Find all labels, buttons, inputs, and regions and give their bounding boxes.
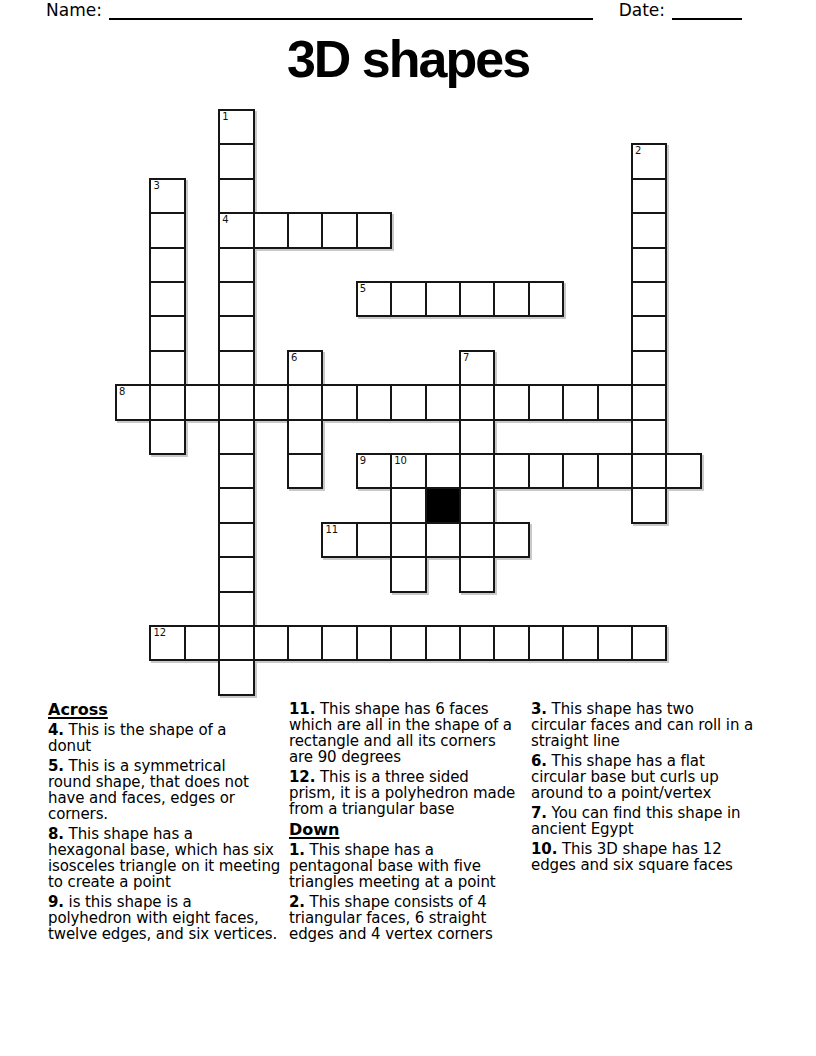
grid-cell-r4-c1[interactable] [149,247,185,283]
clue-number-6: 6 [291,353,297,363]
grid-cell-r6-c1[interactable] [149,315,185,351]
grid-cell-r12-c11[interactable] [493,522,529,558]
clue-down-3: 3. This shape has two circular faces and… [531,701,789,749]
name-label: Name: [46,1,102,20]
grid-cell-r8-c15[interactable] [631,384,667,420]
grid-cell-r8-c7[interactable] [356,384,392,420]
date-label: Date: [619,1,665,20]
grid-cell-r11-c8[interactable] [390,487,426,523]
grid-cell-r3-c7[interactable] [356,212,392,248]
clues-column-3: 3. This shape has two circular faces and… [531,701,789,877]
grid-cell-r15-c6[interactable] [321,625,357,661]
grid-cell-r9-c15[interactable] [631,419,667,455]
clue-down-2: 2. This shape consists of 4 triangular f… [289,894,547,942]
grid-cell-r10-c14[interactable] [597,453,633,489]
grid-cell-r10-c3[interactable] [218,453,254,489]
name-input-line[interactable] [109,3,593,20]
clue-number-4: 4 [222,215,228,225]
grid-cell-r16-c3[interactable] [218,659,254,695]
grid-cell-r13-c3[interactable] [218,556,254,592]
grid-cell-r3-c1[interactable] [149,212,185,248]
clue-number-label: 4. [48,721,64,739]
grid-cell-r5-c1[interactable] [149,281,185,317]
grid-cell-r11-c10[interactable] [459,487,495,523]
grid-cell-r10-c11[interactable] [493,453,529,489]
grid-cell-r15-c4[interactable] [253,625,289,661]
grid-cell-r15-c8[interactable] [390,625,426,661]
clue-down-1: 1. This shape has a pentagonal base with… [289,842,547,890]
across-header: Across [48,701,306,718]
grid-cell-r8-c4[interactable] [253,384,289,420]
grid-cell-r13-c10[interactable] [459,556,495,592]
grid-cell-r15-c15[interactable] [631,625,667,661]
grid-cell-r3-c6[interactable] [321,212,357,248]
clue-number-label: 8. [48,825,64,843]
clue-number-label: 3. [531,700,547,718]
clues-column-2: 11. This shape has 6 faces which are all… [289,701,547,946]
clue-number-label: 7. [531,804,547,822]
grid-cell-r12-c9[interactable] [425,522,461,558]
grid-cell-r11-c3[interactable] [218,487,254,523]
grid-cell-r10-c13[interactable] [562,453,598,489]
grid-cell-r8-c6[interactable] [321,384,357,420]
clue-down-7: 7. You can find this shape in ancient Eg… [531,805,789,837]
grid-cell-r4-c15[interactable] [631,247,667,283]
clue-number-2: 2 [635,146,641,156]
grid-cell-r15-c13[interactable] [562,625,598,661]
grid-cell-r10-c5[interactable] [287,453,323,489]
clue-number-9: 9 [360,456,366,466]
grid-cell-r8-c5[interactable] [287,384,323,420]
clue-down-6: 6. This shape has a flat circular base b… [531,753,789,801]
clue-number-label: 1. [289,841,305,859]
grid-cell-r7-c15[interactable] [631,350,667,386]
grid-cell-r11-c15[interactable] [631,487,667,523]
grid-cell-r10-c9[interactable] [425,453,461,489]
grid-cell-r5-c12[interactable] [528,281,564,317]
grid-cell-r5-c10[interactable] [459,281,495,317]
grid-cell-r15-c12[interactable] [528,625,564,661]
grid-cell-r4-c3[interactable] [218,247,254,283]
clues-column-1: Across4. This is the shape of a donut5. … [48,701,306,946]
clue-across-8: 8. This shape has a hexagonal base, whic… [48,826,306,890]
grid-cell-r12-c7[interactable] [356,522,392,558]
grid-cell-r12-c3[interactable] [218,522,254,558]
clue-number-7: 7 [463,353,469,363]
grid-cell-r12-c8[interactable] [390,522,426,558]
grid-cell-r15-c5[interactable] [287,625,323,661]
grid-cell-r9-c1[interactable] [149,419,185,455]
grid-cell-r10-c10[interactable] [459,453,495,489]
grid-cell-r15-c14[interactable] [597,625,633,661]
date-input-line[interactable] [672,3,742,20]
grid-cell-r10-c15[interactable] [631,453,667,489]
clue-across-11: 11. This shape has 6 faces which are all… [289,701,547,765]
grid-cell-r8-c13[interactable] [562,384,598,420]
clue-number-8: 8 [119,387,125,397]
clue-across-5: 5. This is a symmetrical round shape, th… [48,758,306,822]
clue-number-label: 9. [48,893,64,911]
clue-down-10: 10. This 3D shape has 12 edges and six s… [531,841,789,873]
grid-cell-r9-c10[interactable] [459,419,495,455]
grid-cell-r8-c3[interactable] [218,384,254,420]
clue-number-label: 6. [531,752,547,770]
grid-cell-r5-c15[interactable] [631,281,667,317]
clue-number-3: 3 [153,181,159,191]
page-title: 3D shapes [0,33,816,85]
grid-cell-r8-c8[interactable] [390,384,426,420]
clue-across-4: 4. This is the shape of a donut [48,722,306,754]
grid-cell-r2-c3[interactable] [218,178,254,214]
clue-number-1: 1 [222,112,228,122]
grid-cell-r3-c4[interactable] [253,212,289,248]
clue-number-label: 2. [289,893,305,911]
grid-cell-r9-c3[interactable] [218,419,254,455]
grid-cell-r5-c3[interactable] [218,281,254,317]
grid-cell-r7-c3[interactable] [218,350,254,386]
grid-cell-r15-c3[interactable] [218,625,254,661]
grid-cell-r5-c11[interactable] [493,281,529,317]
grid-cell-r10-c12[interactable] [528,453,564,489]
grid-cell-r6-c15[interactable] [631,315,667,351]
grid-cell-r8-c10[interactable] [459,384,495,420]
grid-cell-r2-c15[interactable] [631,178,667,214]
clue-number-label: 11. [289,700,315,718]
grid-cell-r8-c2[interactable] [184,384,220,420]
clue-number-label: 5. [48,757,64,775]
grid-cell-r12-c10[interactable] [459,522,495,558]
black-cell-r11-c9 [425,487,461,523]
grid-cell-r15-c11[interactable] [493,625,529,661]
crossword-grid: 123456789101112 [115,109,703,697]
grid-cell-r3-c15[interactable] [631,212,667,248]
grid-cell-r7-c1[interactable] [149,350,185,386]
clue-number-label: 10. [531,840,557,858]
grid-cell-r15-c7[interactable] [356,625,392,661]
clue-number-11: 11 [325,525,338,535]
grid-cell-r1-c3[interactable] [218,143,254,179]
clue-number-label: 12. [289,768,315,786]
grid-cell-r9-c5[interactable] [287,419,323,455]
grid-cell-r8-c9[interactable] [425,384,461,420]
clue-number-10: 10 [394,456,407,466]
grid-cell-r8-c12[interactable] [528,384,564,420]
clue-across-9: 9. is this shape is a polyhedron with ei… [48,894,306,942]
worksheet-page: Name: Date: 3D shapes 123456789101112 Ac… [0,0,816,1056]
grid-cell-r15-c10[interactable] [459,625,495,661]
grid-cell-r8-c1[interactable] [149,384,185,420]
clue-number-12: 12 [153,628,166,638]
grid-cell-r8-c14[interactable] [597,384,633,420]
clue-across-12: 12. This is a three sided prism, it is a… [289,769,547,817]
grid-cell-r13-c8[interactable] [390,556,426,592]
grid-cell-r15-c2[interactable] [184,625,220,661]
grid-cell-r14-c3[interactable] [218,591,254,627]
grid-cell-r3-c5[interactable] [287,212,323,248]
name-date-row: Name: Date: [46,1,742,20]
grid-cell-r5-c8[interactable] [390,281,426,317]
grid-cell-r10-c16[interactable] [665,453,701,489]
grid-cell-r6-c3[interactable] [218,315,254,351]
down-header: Down [289,821,547,838]
grid-cell-r15-c9[interactable] [425,625,461,661]
grid-cell-r5-c9[interactable] [425,281,461,317]
clue-number-5: 5 [360,284,366,294]
grid-cell-r8-c11[interactable] [493,384,529,420]
